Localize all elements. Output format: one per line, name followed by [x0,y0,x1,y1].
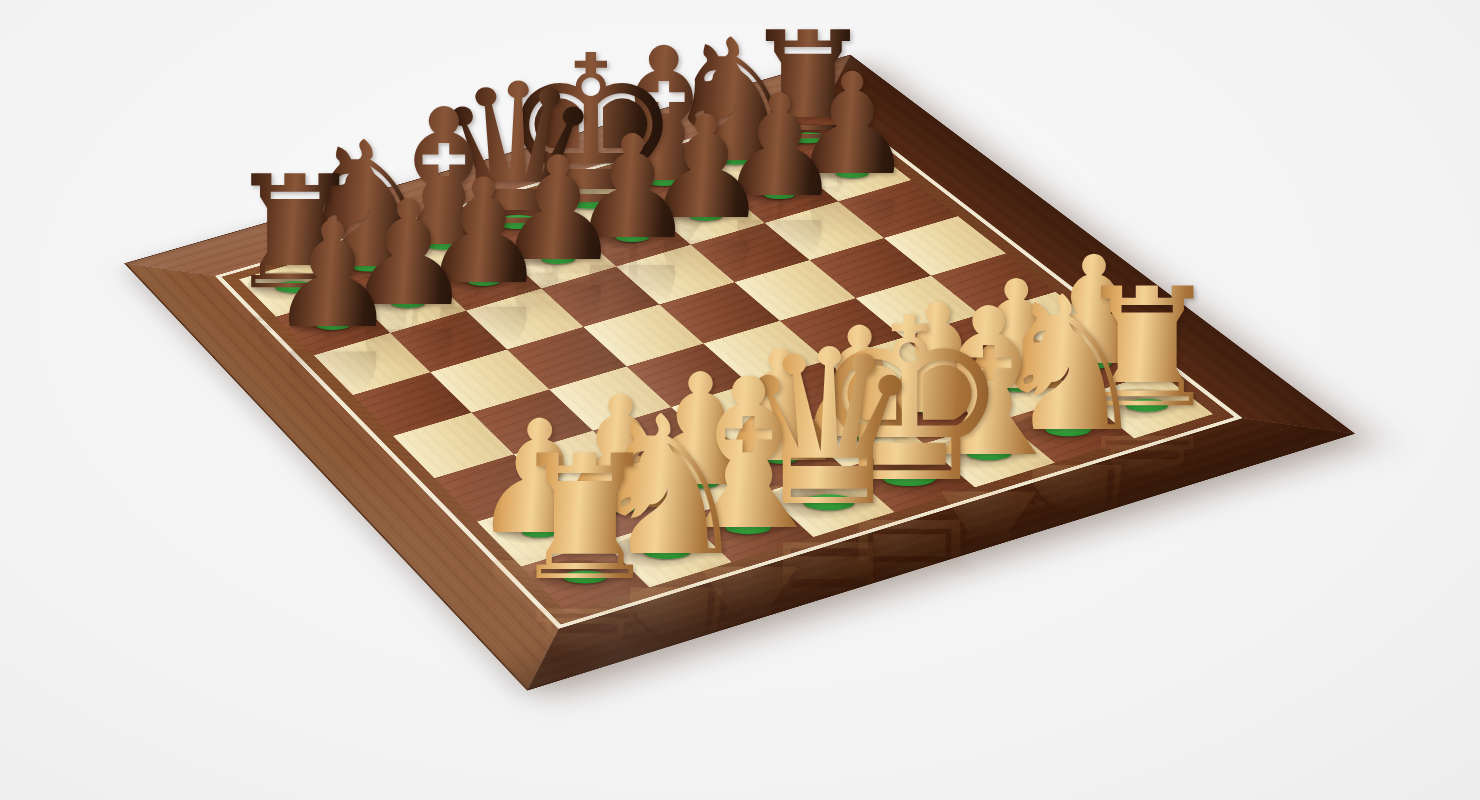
black-pawn-glyph: ♟ [267,202,398,348]
pieces-layer: ♜♞♟♝♟♚♟♛♟♝♟♞♟♜♟♟♟♟♜♟♞♟♝♟♚♟♛♟♝♟♞♜ [0,0,1480,800]
white-rook-glyph: ♜ [508,433,662,605]
scene-background: ♜♞♟♝♟♚♟♛♟♝♟♞♟♜♟♟♟♟♜♟♞♟♝♟♚♟♛♟♝♟♞♜ [0,0,1480,800]
